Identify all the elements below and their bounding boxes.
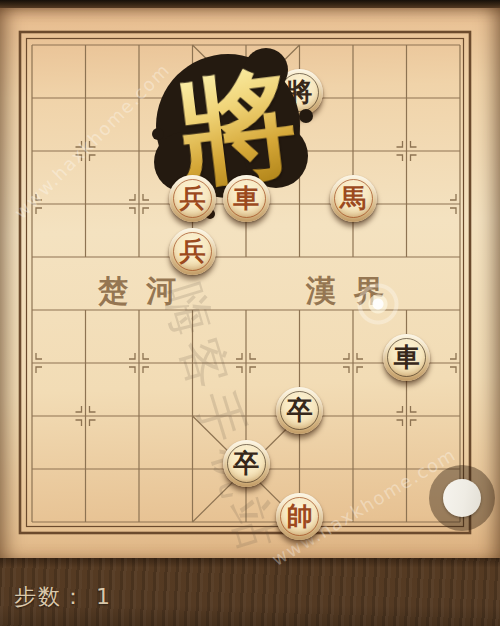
step-counter: 步数：1 bbox=[14, 582, 112, 612]
piece-black-soldier[interactable]: 卒 bbox=[223, 440, 270, 487]
piece-black-general[interactable]: 將 bbox=[276, 69, 323, 116]
piece-ring bbox=[280, 391, 319, 430]
piece-ring bbox=[173, 179, 212, 218]
top-edge-strip bbox=[0, 0, 500, 8]
step-counter-label: 步数： bbox=[14, 584, 86, 609]
piece-black-chariot[interactable]: 車 bbox=[383, 334, 430, 381]
step-counter-value: 1 bbox=[96, 584, 112, 609]
floating-touch-button-dot bbox=[443, 479, 481, 517]
piece-ring bbox=[280, 73, 319, 112]
piece-red-soldier[interactable]: 兵 bbox=[169, 122, 216, 169]
piece-ring bbox=[173, 126, 212, 165]
piece-ring bbox=[334, 179, 373, 218]
piece-ring bbox=[387, 338, 426, 377]
piece-red-soldier[interactable]: 兵 bbox=[169, 175, 216, 222]
piece-ring bbox=[227, 179, 266, 218]
piece-black-soldier[interactable]: 卒 bbox=[276, 387, 323, 434]
piece-red-chariot[interactable]: 車 bbox=[223, 175, 270, 222]
river-label-chu-he: 楚河 bbox=[98, 271, 194, 312]
piece-red-soldier[interactable]: 兵 bbox=[169, 228, 216, 275]
game-screen: 楚河 漢界 將兵兵車馬兵車卒卒帥 將 www.haxkhome.com www.… bbox=[0, 0, 500, 626]
bottom-status-bar: 步数：1 bbox=[0, 558, 500, 626]
floating-touch-button[interactable] bbox=[429, 465, 495, 531]
river-label-han-jie: 漢界 bbox=[306, 271, 402, 312]
piece-red-general[interactable]: 帥 bbox=[276, 493, 323, 540]
piece-ring bbox=[227, 444, 266, 483]
piece-ring bbox=[173, 232, 212, 271]
piece-ring bbox=[280, 497, 319, 536]
piece-red-horse[interactable]: 馬 bbox=[330, 175, 377, 222]
